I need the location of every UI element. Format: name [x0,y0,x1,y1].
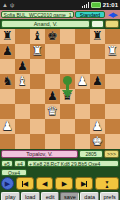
square-b7[interactable] [15,44,30,59]
piece-black-r: ♜ [2,29,13,44]
piece-white-k: ♚ [92,134,103,149]
next-icon: ▶ [62,178,67,189]
square-b3[interactable] [15,104,30,119]
last-move-button[interactable]: ▶ [75,177,93,190]
square-f5[interactable]: ♟ [75,74,90,89]
piece-white-p: ♟ [2,119,13,134]
battery-icon [91,2,101,8]
tag-arrows[interactable]: ◀▶ [106,11,119,18]
more-moves-button[interactable]: >>> [104,150,119,158]
chess-board[interactable]: ♜♝♚♜♟♜♜♟♞♝♟♟♟♛♛♟♟♚ [0,29,120,149]
piece-white-p: ♟ [92,119,103,134]
square-e8[interactable] [60,29,75,44]
app-screen: ▲ ψ 21:01 Sofia BUL, WCC2010 game_1 Stan… [0,0,120,200]
bottom-button-row: play load edit save data prefs [0,191,120,200]
square-c7[interactable]: ♜ [30,44,45,59]
piece-black-p: ♟ [92,74,103,89]
square-e1[interactable] [60,134,75,149]
piece-white-p: ♟ [77,74,88,89]
board-wrap: ♜♝♚♜♟♜♜♟♞♝♟♟♟♛♛♟♟♚ [0,29,120,149]
piece-white-q: ♛ [47,104,58,119]
flip-board-button[interactable]: ▼▲ [95,177,119,190]
nav-row: ▶ ◀ ◀ ▶ ▶ ▼▲ [0,177,120,190]
square-h4[interactable] [105,89,120,104]
engine-play-button[interactable]: ▶ [1,177,14,190]
first-icon: ◀ [23,178,28,189]
square-c5[interactable] [30,74,45,89]
play-icon: ▶ [5,178,10,189]
square-b5[interactable]: ♝ [15,74,30,89]
square-g6[interactable] [90,59,105,74]
square-a1[interactable] [0,134,15,149]
piece-black-b: ♝ [32,29,43,44]
piece-black-p: ♟ [17,59,28,74]
piece-black-q: ♛ [62,89,73,104]
tag-next-icon[interactable]: ▶ [113,11,117,18]
square-d2[interactable] [45,119,60,134]
square-g1[interactable]: ♚ [90,134,105,149]
square-h5[interactable] [105,74,120,89]
square-f6[interactable] [75,59,90,74]
piece-black-p: ♟ [47,89,58,104]
square-a2[interactable]: ♟ [0,119,15,134]
square-c8[interactable]: ♝ [30,29,45,44]
piece-white-r: ♜ [107,44,118,59]
square-d8[interactable]: ♚ [45,29,60,44]
prev-move-button[interactable]: ◀ [36,177,54,190]
square-b1[interactable] [15,134,30,149]
piece-white-b: ♝ [17,74,28,89]
square-a8[interactable]: ♜ [0,29,15,44]
san-row: Qxe4 [0,168,120,176]
square-e5[interactable] [60,74,75,89]
square-g4[interactable] [90,89,105,104]
first-move-button[interactable]: ◀ [16,177,34,190]
square-h7[interactable]: ♜ [105,44,120,59]
square-a7[interactable]: ♟ [0,44,15,59]
last-move-to: e4 [14,160,26,167]
clock-time: 21:01 [103,2,118,8]
event-title[interactable]: Sofia BUL, WCC2010 game_1 [1,11,74,18]
black-player-row: Anand, V. [0,19,120,29]
black-player-name[interactable]: Anand, V. [1,20,90,28]
prev-icon: ◀ [42,178,47,189]
square-c4[interactable] [30,89,45,104]
square-g7[interactable] [90,44,105,59]
last-move-san: Qxe4 [1,169,27,176]
square-f4[interactable] [75,89,90,104]
last-move-from: e5 [1,160,13,167]
load-button[interactable]: load [21,192,40,200]
square-b6[interactable]: ♟ [15,59,30,74]
square-a5[interactable]: ♞ [0,74,15,89]
piece-white-r: ♜ [32,44,43,59]
square-g5[interactable]: ♟ [90,74,105,89]
square-f7[interactable] [75,44,90,59]
square-f3[interactable] [75,104,90,119]
square-c2[interactable] [30,119,45,134]
square-a4[interactable] [0,89,15,104]
stop-bar-icon [86,181,87,187]
square-c6[interactable] [30,59,45,74]
moves-row: e5 e4 + Ke8 28.Rc7 Kd8 29.Bb5 Qxe4 [0,159,120,168]
game-header-row: Sofia BUL, WCC2010 game_1 Standard ◀▶ [0,10,120,19]
piece-black-n: ♞ [2,74,13,89]
network-warning-icon: ▲ [2,2,8,8]
square-d3[interactable]: ♛ [45,104,60,119]
square-d5[interactable] [45,74,60,89]
square-d1[interactable] [45,134,60,149]
square-e2[interactable] [60,119,75,134]
piece-black-p: ♟ [2,44,13,59]
square-f2[interactable] [75,119,90,134]
white-rating: 2805 [79,150,103,158]
edit-button[interactable]: edit [41,192,60,200]
square-b8[interactable] [15,29,30,44]
square-h3[interactable] [105,104,120,119]
white-player-row: Topalov, V. 2805 >>> [0,149,120,159]
square-c1[interactable] [30,134,45,149]
flip-up-icon: ▲ [104,184,109,188]
square-f1[interactable] [75,134,90,149]
square-g3[interactable] [90,104,105,119]
square-c3[interactable] [30,104,45,119]
signal-bars-icon [82,2,89,8]
square-h1[interactable] [105,134,120,149]
square-e4[interactable]: ♛ [60,89,75,104]
move-list[interactable]: + Ke8 28.Rc7 Kd8 29.Bb5 Qxe4 [27,160,119,167]
square-d6[interactable] [45,59,60,74]
square-e7[interactable] [60,44,75,59]
white-player-name[interactable]: Topalov, V. [1,150,78,158]
piece-black-k: ♚ [47,29,58,44]
square-h8[interactable] [105,29,120,44]
tag-selector[interactable]: Standard [75,11,105,18]
square-g8[interactable]: ♜ [90,29,105,44]
prefs-button[interactable]: prefs [100,192,119,200]
square-e3[interactable] [60,104,75,119]
status-bar: ▲ ψ 21:01 [0,0,120,10]
square-h2[interactable] [105,119,120,134]
black-rating-box [91,20,104,28]
data-button[interactable]: data [80,192,99,200]
square-d4[interactable]: ♟ [45,89,60,104]
next-move-button[interactable]: ▶ [55,177,73,190]
square-d7[interactable] [45,44,60,59]
square-a3[interactable] [0,104,15,119]
square-f8[interactable] [75,29,90,44]
square-e6[interactable] [60,59,75,74]
square-g2[interactable]: ♟ [90,119,105,134]
piece-black-r: ♜ [92,29,103,44]
save-button[interactable]: save [60,192,79,200]
black-more-box[interactable] [105,20,119,28]
play-button[interactable]: play [1,192,20,200]
usb-icon: ψ [10,2,14,8]
square-b4[interactable] [15,89,30,104]
square-a6[interactable] [0,59,15,74]
square-h6[interactable] [105,59,120,74]
square-b2[interactable] [15,119,30,134]
